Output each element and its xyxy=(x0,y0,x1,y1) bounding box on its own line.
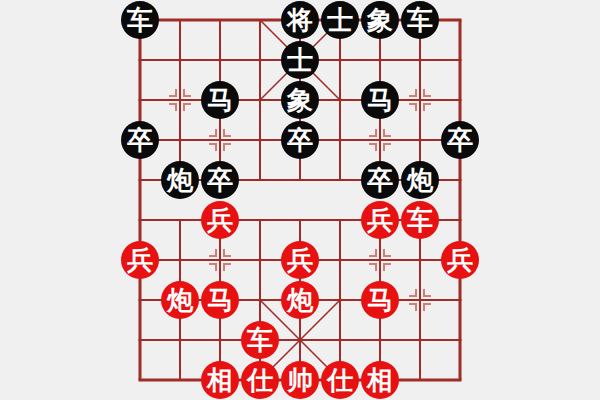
piece-black-soldier[interactable]: 卒 xyxy=(281,121,319,159)
piece-black-advisor[interactable]: 士 xyxy=(281,41,319,79)
piece-red-chariot[interactable]: 车 xyxy=(401,201,439,239)
piece-red-elephant[interactable]: 相 xyxy=(201,361,239,399)
piece-black-soldier[interactable]: 卒 xyxy=(441,121,479,159)
piece-red-horse[interactable]: 马 xyxy=(361,281,399,319)
piece-red-elephant[interactable]: 相 xyxy=(361,361,399,399)
piece-black-horse[interactable]: 马 xyxy=(201,81,239,119)
piece-red-cannon[interactable]: 炮 xyxy=(161,281,199,319)
piece-red-advisor[interactable]: 仕 xyxy=(321,361,359,399)
piece-red-horse[interactable]: 马 xyxy=(201,281,239,319)
xiangqi-board: 车将士象车士马象马卒卒卒炮卒卒炮兵兵车兵兵兵炮马炮马车相仕帅仕相 xyxy=(0,0,600,400)
piece-red-soldier[interactable]: 兵 xyxy=(361,201,399,239)
piece-red-advisor[interactable]: 仕 xyxy=(241,361,279,399)
piece-black-chariot[interactable]: 车 xyxy=(401,1,439,39)
piece-black-elephant[interactable]: 象 xyxy=(361,1,399,39)
piece-red-soldier[interactable]: 兵 xyxy=(121,241,159,279)
piece-black-soldier[interactable]: 卒 xyxy=(201,161,239,199)
piece-black-cannon[interactable]: 炮 xyxy=(401,161,439,199)
piece-red-soldier[interactable]: 兵 xyxy=(441,241,479,279)
piece-black-cannon[interactable]: 炮 xyxy=(161,161,199,199)
pieces-layer: 车将士象车士马象马卒卒卒炮卒卒炮兵兵车兵兵兵炮马炮马车相仕帅仕相 xyxy=(120,0,480,400)
piece-red-cannon[interactable]: 炮 xyxy=(281,281,319,319)
piece-black-general[interactable]: 将 xyxy=(281,1,319,39)
piece-red-soldier[interactable]: 兵 xyxy=(201,201,239,239)
piece-red-general[interactable]: 帅 xyxy=(281,361,319,399)
piece-black-chariot[interactable]: 车 xyxy=(121,1,159,39)
piece-black-advisor[interactable]: 士 xyxy=(321,1,359,39)
piece-black-soldier[interactable]: 卒 xyxy=(121,121,159,159)
piece-red-chariot[interactable]: 车 xyxy=(241,321,279,359)
piece-black-horse[interactable]: 马 xyxy=(361,81,399,119)
piece-red-soldier[interactable]: 兵 xyxy=(281,241,319,279)
piece-black-elephant[interactable]: 象 xyxy=(281,81,319,119)
piece-black-soldier[interactable]: 卒 xyxy=(361,161,399,199)
